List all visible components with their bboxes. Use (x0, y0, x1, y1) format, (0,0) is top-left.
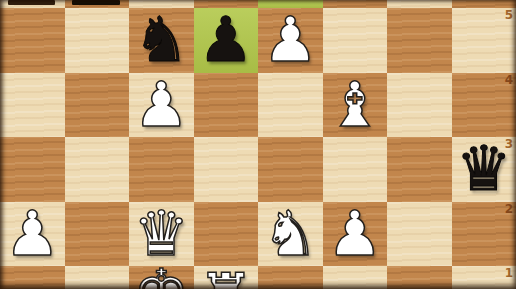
square-b4[interactable] (65, 73, 130, 138)
rank-label-1: 1 (505, 267, 513, 279)
piece-white-bishop-f4[interactable]: ♝ (327, 74, 383, 136)
square-f2[interactable]: ♟ (323, 202, 388, 267)
square-f5[interactable] (323, 8, 388, 73)
piece-white-pawn-c4[interactable]: ♟ (133, 74, 189, 136)
square-h6[interactable] (452, 0, 516, 8)
square-g4[interactable] (387, 73, 452, 138)
cut-off-black-piece-cut-off-b6[interactable] (72, 0, 120, 5)
rank-label-4: 4 (505, 74, 513, 86)
square-e2[interactable]: ♞ (258, 202, 323, 267)
piece-white-king-c1[interactable]: ♚ (133, 266, 189, 289)
square-h1[interactable]: 1 (452, 266, 516, 289)
square-g1[interactable] (387, 266, 452, 289)
piece-white-pawn-e5[interactable]: ♟ (262, 9, 318, 71)
square-g5[interactable] (387, 8, 452, 73)
square-d5[interactable]: ♟ (194, 8, 259, 73)
chess-board-screenshot: ♞♟♟5♟♝4♛3♟♛♞♟2♚♜1 (0, 0, 516, 289)
square-d3[interactable] (194, 137, 259, 202)
square-a3[interactable] (0, 137, 65, 202)
square-d4[interactable] (194, 73, 259, 138)
square-a5[interactable] (0, 8, 65, 73)
square-c4[interactable]: ♟ (129, 73, 194, 138)
square-c3[interactable] (129, 137, 194, 202)
square-b6[interactable] (65, 0, 130, 8)
square-c5[interactable]: ♞ (129, 8, 194, 73)
square-f6[interactable] (323, 0, 388, 8)
square-f4[interactable]: ♝ (323, 73, 388, 138)
piece-black-pawn-d5[interactable]: ♟ (198, 9, 254, 71)
square-f3[interactable] (323, 137, 388, 202)
piece-white-knight-e2[interactable]: ♞ (262, 203, 318, 265)
square-e5[interactable]: ♟ (258, 8, 323, 73)
chess-board: ♞♟♟5♟♝4♛3♟♛♞♟2♚♜1 (0, 0, 516, 289)
square-b1[interactable] (65, 266, 130, 289)
square-a2[interactable]: ♟ (0, 202, 65, 267)
square-h2[interactable]: 2 (452, 202, 516, 267)
square-a6[interactable] (0, 0, 65, 8)
piece-white-pawn-f2[interactable]: ♟ (327, 203, 383, 265)
piece-white-rook-d1[interactable]: ♜ (197, 266, 254, 289)
piece-white-queen-c2[interactable]: ♛ (133, 203, 189, 265)
square-b2[interactable] (65, 202, 130, 267)
square-c2[interactable]: ♛ (129, 202, 194, 267)
square-h4[interactable]: 4 (452, 73, 516, 138)
square-d1[interactable]: ♜ (194, 266, 259, 289)
square-g6[interactable] (387, 0, 452, 8)
square-c1[interactable]: ♚ (129, 266, 194, 289)
square-h5[interactable]: 5 (452, 8, 516, 73)
square-d2[interactable] (194, 202, 259, 267)
piece-black-queen-h3[interactable]: ♛ (456, 138, 512, 200)
rank-label-5: 5 (505, 9, 513, 21)
piece-black-knight-c5[interactable]: ♞ (133, 9, 189, 71)
piece-white-pawn-a2[interactable]: ♟ (4, 203, 60, 265)
square-h3[interactable]: ♛3 (452, 137, 516, 202)
square-a4[interactable] (0, 73, 65, 138)
square-b5[interactable] (65, 8, 130, 73)
square-g2[interactable] (387, 202, 452, 267)
square-e3[interactable] (258, 137, 323, 202)
square-e4[interactable] (258, 73, 323, 138)
square-g3[interactable] (387, 137, 452, 202)
cut-off-black-piece-cut-off-a6[interactable] (8, 0, 55, 5)
square-b3[interactable] (65, 137, 130, 202)
